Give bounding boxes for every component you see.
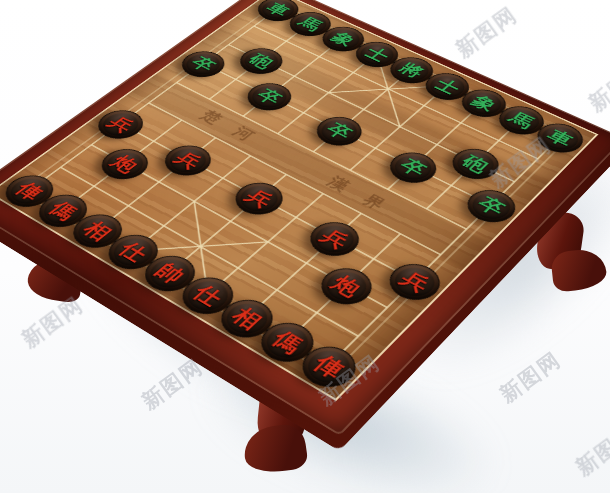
piece-character: 卒 (474, 194, 508, 218)
piece-character: 傌 (268, 328, 306, 357)
piece-character: 將 (396, 61, 427, 80)
piece-character: 卒 (396, 156, 430, 178)
piece-character: 馬 (505, 110, 537, 131)
piece-character: 砲 (246, 52, 277, 71)
piece-character: 卒 (253, 87, 285, 107)
piece-character: 兵 (396, 269, 432, 295)
piece-character: 馬 (295, 15, 325, 33)
photo-stage: 楚 河 漢 界 車馬象士將士象馬車砲砲卒卒卒卒卒兵兵兵兵兵炮炮俥傌相仕帥仕相傌俥… (0, 0, 610, 493)
piece-character: 卒 (323, 121, 356, 142)
watermark: 新图网 (583, 54, 610, 117)
piece-character: 傌 (45, 199, 80, 223)
watermark: 新图网 (570, 418, 610, 481)
piece-character: 相 (80, 219, 116, 243)
piece-character: 帥 (152, 260, 189, 286)
piece-character: 仕 (115, 239, 151, 264)
table-foot-front (241, 422, 309, 476)
piece-character: 炮 (328, 273, 365, 299)
piece-character: 兵 (317, 227, 353, 252)
piece-character: 兵 (171, 149, 205, 171)
piece-character: 卒 (187, 55, 218, 74)
piece-character: 俥 (310, 352, 349, 382)
piece-character: 炮 (108, 153, 142, 175)
piece-character: 砲 (459, 153, 492, 175)
piece-character: 相 (228, 305, 266, 333)
piece-character: 車 (544, 127, 577, 148)
piece-character: 俥 (12, 180, 47, 203)
piece-character: 象 (468, 93, 500, 113)
piece-character: 仕 (189, 282, 226, 309)
piece-character: 兵 (104, 114, 137, 135)
watermark: 新图网 (494, 345, 566, 408)
piece-character: 象 (328, 30, 358, 48)
piece-character: 兵 (242, 187, 277, 210)
piece-character: 士 (432, 77, 463, 97)
piece-character: 車 (263, 1, 293, 18)
xiangqi-board[interactable]: 楚 河 漢 界 車馬象士將士象馬車砲砲卒卒卒卒卒兵兵兵兵兵炮炮俥傌相仕帥仕相傌俥 (0, 0, 598, 401)
table-foot-right (550, 247, 608, 292)
watermark: 新图网 (450, 0, 522, 63)
piece-character: 士 (362, 45, 393, 64)
